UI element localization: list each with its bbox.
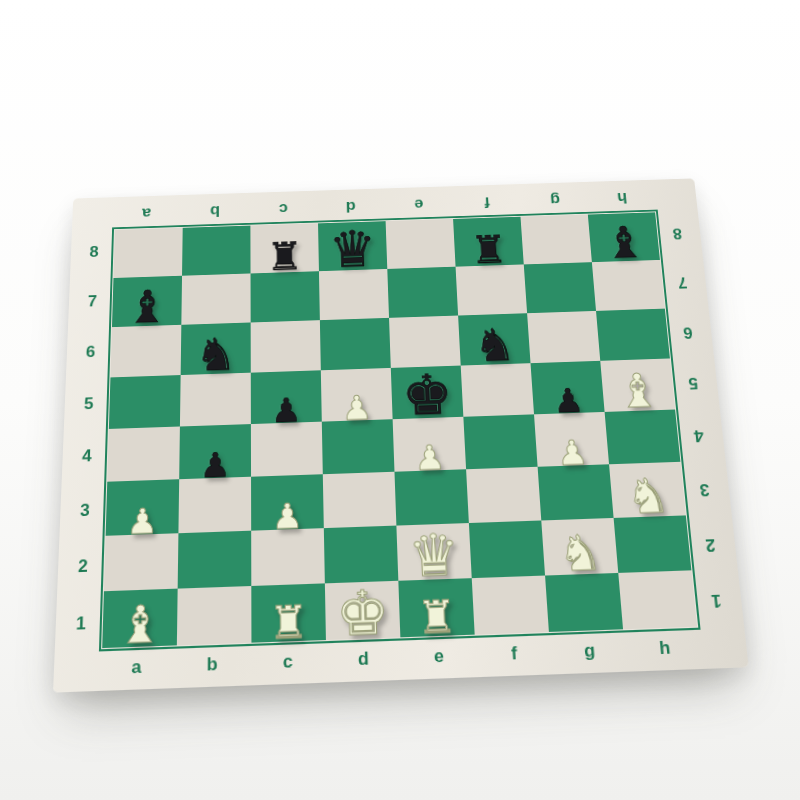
rank-label-left-3: 3 [66,483,105,539]
square-b1[interactable] [177,586,252,645]
square-f1[interactable] [472,576,549,635]
black-rook: ♜ [266,238,303,275]
file-label-top-a: a [112,200,181,227]
file-label-bottom-g: g [551,632,629,667]
square-e5[interactable]: ♚ [391,366,464,420]
mat-corner [60,651,99,685]
rank-label-right-1: 1 [695,571,738,630]
white-knight: ♞ [625,474,672,521]
rank-label-right-5: 5 [673,356,714,409]
square-c3[interactable]: ♟ [251,474,324,530]
square-g4[interactable]: ♟ [534,412,609,467]
file-label-top-c: c [249,196,317,223]
square-d1[interactable]: ♚ [325,581,400,640]
square-g2[interactable]: ♞ [541,518,618,576]
black-king: ♚ [401,368,454,422]
rank-label-left-7: 7 [74,276,111,327]
square-d4[interactable] [322,419,395,474]
rank-label-left-1: 1 [61,594,101,653]
square-a5[interactable] [109,375,181,429]
square-g6[interactable] [527,311,600,363]
square-h5[interactable]: ♝ [600,358,675,411]
square-g3[interactable] [538,464,614,520]
square-e6[interactable] [389,316,461,368]
rank-label-left-8: 8 [76,227,112,277]
white-knight: ♞ [557,530,604,578]
rank-label-right-4: 4 [678,408,720,462]
white-bishop: ♝ [117,600,163,651]
square-g5[interactable]: ♟ [531,361,605,415]
black-pawn: ♟ [271,394,302,427]
square-b6[interactable]: ♞ [181,322,251,375]
square-c5[interactable]: ♟ [251,370,322,424]
square-h1[interactable] [618,570,697,629]
white-king: ♚ [335,583,390,643]
square-f2[interactable] [469,520,545,578]
square-a7[interactable]: ♝ [112,276,182,327]
square-e2[interactable]: ♛ [396,523,471,581]
mat-corner [701,628,742,662]
white-pawn: ♟ [126,504,158,538]
black-bishop: ♝ [602,222,647,264]
black-queen: ♛ [328,225,377,274]
square-c8[interactable]: ♜ [250,223,319,273]
square-f7[interactable] [456,264,528,315]
square-c1[interactable]: ♜ [251,583,326,642]
square-b2[interactable] [178,531,252,589]
square-c7[interactable] [251,271,320,322]
mat-corner [655,184,692,210]
white-pawn: ♟ [272,499,303,533]
white-rook: ♜ [416,596,457,640]
square-h6[interactable] [596,309,670,361]
square-d6[interactable] [320,318,391,370]
square-h8[interactable]: ♝ [588,212,660,262]
black-bishop: ♝ [126,286,169,330]
rank-label-right-7: 7 [663,257,703,307]
square-a3[interactable]: ♟ [106,479,180,536]
chess-board: ♜♛♜♝♝♞♞♟♟♚♟♝♟♟♟♟♟♞♛♞♝♜♚♜ [99,210,701,652]
square-b8[interactable] [182,226,250,276]
square-g7[interactable] [524,262,596,313]
rank-label-right-6: 6 [668,306,708,358]
file-label-top-h: h [588,185,658,212]
mat-corner [78,203,113,229]
square-c2[interactable] [251,528,325,586]
white-pawn: ♟ [341,391,372,423]
rank-label-left-2: 2 [63,537,102,595]
square-e8[interactable] [386,219,456,269]
square-c6[interactable] [251,320,321,373]
file-label-top-b: b [181,198,249,225]
rank-label-right-2: 2 [689,516,732,573]
white-rook: ♜ [269,601,309,645]
file-label-bottom-h: h [626,630,704,665]
rank-label-left-5: 5 [70,377,108,430]
file-label-bottom-b: b [174,646,250,682]
square-a1[interactable]: ♝ [102,589,177,648]
square-g8[interactable] [520,215,591,265]
black-pawn: ♟ [552,384,585,416]
white-bishop: ♝ [615,369,662,415]
rank-label-right-8: 8 [658,208,697,257]
rank-label-right-3: 3 [683,461,725,517]
file-label-top-e: e [385,192,454,219]
rank-label-left-4: 4 [68,429,106,484]
square-e3[interactable] [394,469,468,525]
square-c4[interactable] [251,422,323,477]
square-a8[interactable] [113,228,182,278]
square-d2[interactable] [324,526,399,584]
file-label-top-g: g [520,187,590,214]
square-d5[interactable]: ♟ [321,368,393,422]
square-f4[interactable] [463,414,537,469]
square-d8[interactable]: ♛ [318,221,387,271]
square-e7[interactable] [387,267,458,318]
square-b7[interactable] [181,273,250,324]
file-label-top-d: d [317,194,386,221]
white-pawn: ♟ [414,441,446,474]
black-knight: ♞ [195,334,237,378]
square-a2[interactable] [104,533,179,591]
white-queen: ♛ [408,527,461,583]
square-b4[interactable]: ♟ [179,424,251,479]
square-d3[interactable] [323,472,397,528]
file-label-top-f: f [452,189,521,216]
rank-label-left-6: 6 [72,326,109,378]
square-f6[interactable]: ♞ [458,313,530,365]
white-pawn: ♟ [556,436,589,469]
black-pawn: ♟ [200,448,231,481]
square-a4[interactable] [107,426,180,481]
board-row: 87654321 ♜♛♜♝♝♞♞♟♟♚♟♝♟♟♟♟♟♞♛♞♝♜♚♜ 876543… [61,208,738,652]
square-b3[interactable] [178,477,251,534]
black-knight: ♞ [473,324,517,368]
chess-mat: abcdefgh 87654321 ♜♛♜♝♝♞♞♟♟♚♟♝♟♟♟♟♟♞♛♞♝♜… [53,178,749,692]
square-h3[interactable]: ♞ [609,462,686,518]
square-f8[interactable]: ♜ [453,217,524,267]
file-label-bottom-f: f [476,635,553,670]
photo-background: abcdefgh 87654321 ♜♛♜♝♝♞♞♟♟♚♟♝♟♟♟♟♟♞♛♞♝♜… [0,0,800,800]
black-rook: ♜ [470,232,508,269]
square-f3[interactable] [466,467,541,523]
mat-layout: abcdefgh 87654321 ♜♛♜♝♝♞♞♟♟♚♟♝♟♟♟♟♟♞♛♞♝♜… [60,184,742,686]
